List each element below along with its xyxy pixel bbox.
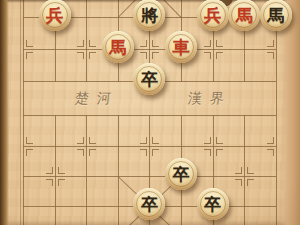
piece-red-horse[interactable]: 馬 (102, 31, 134, 63)
piece-red-soldier[interactable]: 兵 (197, 0, 229, 31)
piece-red-chariot[interactable]: 車 (165, 31, 197, 63)
piece-label: 馬 (267, 7, 284, 24)
piece-black-soldier[interactable]: 卒 (165, 158, 197, 190)
xiangqi-game-screen: 楚河 漢界 兵將兵馬馬馬車卒卒卒卒 (0, 0, 300, 225)
piece-label: 將 (141, 7, 158, 24)
piece-black-soldier[interactable]: 卒 (197, 188, 229, 220)
piece-label: 卒 (141, 71, 158, 88)
piece-label: 車 (173, 39, 190, 56)
piece-label: 兵 (204, 7, 221, 24)
piece-label: 馬 (109, 39, 126, 56)
piece-black-soldier[interactable]: 卒 (133, 63, 165, 95)
pieces-layer: 兵將兵馬馬馬車卒卒卒卒 (0, 0, 300, 225)
piece-black-soldier[interactable]: 卒 (133, 188, 165, 220)
piece-label: 兵 (46, 7, 63, 24)
piece-label: 馬 (236, 7, 253, 24)
piece-label: 卒 (173, 166, 190, 183)
piece-label: 卒 (141, 196, 158, 213)
piece-black-general[interactable]: 將 (133, 0, 165, 31)
piece-red-horse[interactable]: 馬 (228, 0, 260, 31)
piece-label: 卒 (204, 196, 221, 213)
piece-red-soldier[interactable]: 兵 (39, 0, 71, 31)
piece-black-horse[interactable]: 馬 (260, 0, 292, 31)
